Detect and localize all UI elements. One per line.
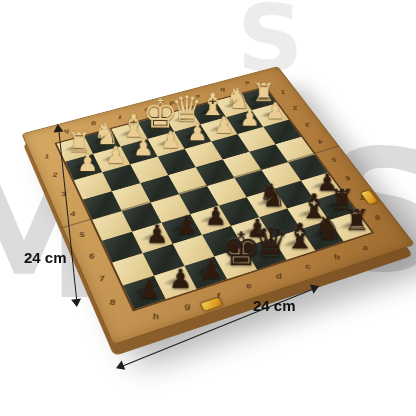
rank-label-left-1: 1: [31, 147, 64, 167]
file-label-top-g: g: [78, 115, 109, 133]
black-pawn-h8: ♟: [137, 276, 161, 303]
black-pawn-f6: ♟: [175, 213, 198, 238]
file-label-bottom-b: b: [320, 245, 355, 269]
black-pawn-f8: ♟: [199, 256, 223, 282]
file-label-bottom-a: a: [348, 236, 383, 260]
rank-label-right-4: 4: [305, 132, 336, 151]
rank-label-left-2: 2: [39, 165, 72, 185]
rank-label-right-1: 1: [269, 84, 297, 101]
arrowhead-down-icon: [71, 299, 82, 308]
white-pawn-g2: ♟: [105, 144, 126, 168]
black-knight-c6: ♞: [258, 180, 287, 212]
file-label-bottom-c: c: [291, 254, 326, 278]
black-pawn-g6: ♟: [146, 222, 169, 248]
file-label-top-c: c: [184, 88, 212, 105]
arrowhead-up-icon: [53, 124, 64, 133]
rank-label-left-6: 6: [74, 244, 109, 268]
rank-label-left-8: 8: [94, 289, 130, 315]
left-dimension-label: 24 cm: [24, 249, 67, 266]
file-label-bottom-g: g: [170, 293, 204, 319]
arrowhead-left-icon: [114, 361, 125, 373]
file-label-top-f: f: [105, 108, 135, 126]
white-pawn-b2: ♟: [240, 107, 260, 130]
file-label-top-e: e: [132, 101, 161, 119]
bottom-dimension-label: 24 cm: [253, 297, 296, 314]
white-pawn-d2: ♟: [187, 121, 208, 144]
black-king-e8: ♚: [221, 227, 262, 273]
file-label-bottom-e: e: [232, 273, 266, 298]
file-label-top-b: b: [209, 81, 236, 98]
rank-label-left-7: 7: [84, 266, 120, 291]
white-pawn-e2: ♟: [160, 129, 181, 152]
white-pawn-f2: ♟: [133, 136, 154, 159]
black-knight-b8: ♞: [314, 212, 343, 245]
rank-label-right-2: 2: [281, 99, 310, 117]
black-pawn-g8: ♟: [169, 266, 193, 293]
file-label-bottom-d: d: [262, 264, 296, 289]
file-label-top-a: a: [234, 75, 261, 92]
file-label-bottom-h: h: [138, 303, 174, 330]
white-pawn-h2: ♟: [77, 151, 98, 175]
file-label-top-d: d: [158, 95, 186, 112]
black-rook-a8: ♜: [343, 206, 369, 235]
white-pawn-c2: ♟: [214, 114, 234, 137]
product-photo-scene: M S S ♜♞♝♚♛♝♞♜♟♟♟♟♟♟♟♟♟♟♟♞♟♟♝♜♟♟♟♚♛♝♞♜ 1…: [0, 0, 416, 416]
rank-label-right-5: 5: [318, 150, 350, 170]
rank-label-right-3: 3: [293, 116, 323, 134]
